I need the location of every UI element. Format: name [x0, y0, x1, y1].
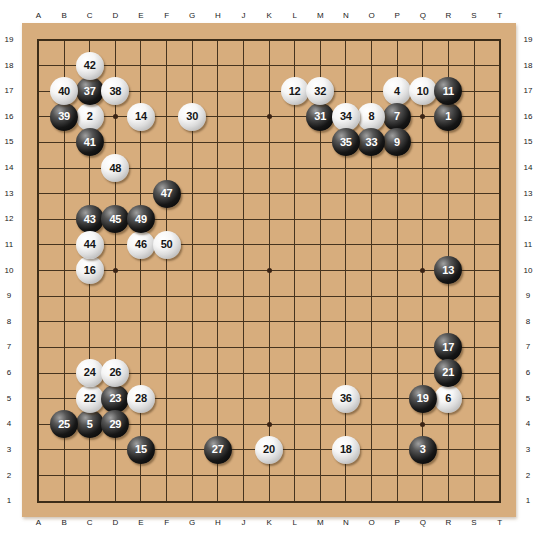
- stone-black-17-R7: 17: [434, 333, 462, 361]
- stone-white-2-C16: 2: [76, 103, 104, 131]
- row-label-left-13: 13: [5, 190, 14, 198]
- move-number: 27: [212, 444, 224, 455]
- col-label-top-B: B: [61, 12, 66, 20]
- move-number: 36: [340, 393, 352, 404]
- row-label-left-15: 15: [5, 138, 14, 146]
- stone-white-14-E16: 14: [127, 103, 155, 131]
- stone-white-8-O16: 8: [357, 103, 385, 131]
- stone-black-31-M16: 31: [306, 103, 334, 131]
- col-label-bottom-E: E: [138, 519, 143, 527]
- move-number: 3: [420, 444, 426, 455]
- stone-white-50-F11: 50: [153, 231, 181, 259]
- stone-black-49-E12: 49: [127, 205, 155, 233]
- col-label-bottom-M: M: [317, 519, 324, 527]
- row-label-right-14: 14: [524, 164, 533, 172]
- stone-white-10-Q17: 10: [409, 77, 437, 105]
- stone-white-22-C5: 22: [76, 385, 104, 413]
- move-number: 40: [58, 86, 70, 97]
- col-label-top-T: T: [497, 12, 502, 20]
- row-label-right-3: 3: [526, 446, 530, 454]
- row-label-left-10: 10: [5, 267, 14, 275]
- row-label-right-18: 18: [524, 62, 533, 70]
- col-label-bottom-N: N: [343, 519, 349, 527]
- col-label-top-F: F: [164, 12, 169, 20]
- row-label-left-12: 12: [5, 215, 14, 223]
- row-label-right-6: 6: [526, 369, 530, 377]
- move-number: 37: [84, 86, 96, 97]
- stone-white-12-L17: 12: [281, 77, 309, 105]
- stone-black-3-Q3: 3: [409, 436, 437, 464]
- col-label-bottom-O: O: [368, 519, 374, 527]
- col-label-bottom-F: F: [164, 519, 169, 527]
- row-label-left-2: 2: [7, 472, 11, 480]
- col-label-top-K: K: [266, 12, 271, 20]
- stone-black-35-N15: 35: [332, 128, 360, 156]
- row-label-right-11: 11: [524, 241, 532, 249]
- col-label-bottom-P: P: [395, 519, 400, 527]
- move-number: 12: [289, 86, 301, 97]
- move-number: 20: [263, 444, 275, 455]
- move-number: 11: [443, 86, 454, 97]
- col-label-bottom-Q: Q: [420, 519, 426, 527]
- stone-black-39-B16: 39: [50, 103, 78, 131]
- move-number: 48: [109, 163, 121, 174]
- stone-black-1-R16: 1: [434, 103, 462, 131]
- row-label-right-9: 9: [526, 292, 530, 300]
- stone-black-37-C17: 37: [76, 77, 104, 105]
- move-number: 24: [84, 367, 96, 378]
- stone-white-28-E5: 28: [127, 385, 155, 413]
- move-number: 18: [340, 444, 352, 455]
- move-number: 8: [368, 111, 374, 122]
- col-label-bottom-C: C: [87, 519, 93, 527]
- row-label-left-3: 3: [7, 446, 11, 454]
- row-label-right-16: 16: [524, 113, 533, 121]
- col-label-top-P: P: [395, 12, 400, 20]
- col-label-bottom-T: T: [497, 519, 502, 527]
- move-number: 6: [445, 393, 451, 404]
- move-number: 47: [161, 188, 173, 199]
- col-label-top-A: A: [36, 12, 41, 20]
- move-number: 42: [84, 60, 96, 71]
- move-number: 29: [109, 419, 121, 430]
- col-label-bottom-K: K: [266, 519, 271, 527]
- stone-black-23-D5: 23: [101, 385, 129, 413]
- row-label-left-6: 6: [7, 369, 11, 377]
- col-label-top-E: E: [138, 12, 143, 20]
- stone-black-15-E3: 15: [127, 436, 155, 464]
- stone-white-42-C18: 42: [76, 52, 104, 80]
- move-number: 16: [84, 265, 96, 276]
- stone-white-4-P17: 4: [383, 77, 411, 105]
- move-number: 33: [366, 137, 378, 148]
- stone-white-32-M17: 32: [306, 77, 334, 105]
- move-number: 22: [84, 393, 96, 404]
- row-label-left-16: 16: [5, 113, 14, 121]
- col-label-bottom-J: J: [241, 519, 245, 527]
- stone-white-36-N5: 36: [332, 385, 360, 413]
- row-label-right-7: 7: [526, 343, 530, 351]
- row-label-right-13: 13: [524, 190, 533, 198]
- stone-white-18-N3: 18: [332, 436, 360, 464]
- move-number: 45: [109, 214, 121, 225]
- row-label-left-14: 14: [5, 164, 14, 172]
- stone-white-24-C6: 24: [76, 359, 104, 387]
- row-label-right-10: 10: [524, 267, 533, 275]
- move-number: 41: [84, 137, 96, 148]
- col-label-bottom-H: H: [215, 519, 221, 527]
- move-number: 15: [135, 444, 147, 455]
- row-label-left-8: 8: [7, 318, 11, 326]
- stone-white-26-D6: 26: [101, 359, 129, 387]
- col-label-top-G: G: [189, 12, 195, 20]
- move-number: 35: [340, 137, 352, 148]
- col-label-top-N: N: [343, 12, 349, 20]
- stone-white-48-D14: 48: [101, 154, 129, 182]
- move-number: 44: [84, 239, 96, 250]
- row-label-right-2: 2: [526, 472, 530, 480]
- move-number: 50: [161, 239, 173, 250]
- stone-black-19-Q5: 19: [409, 385, 437, 413]
- stone-black-11-R17: 11: [434, 77, 462, 105]
- stone-white-40-B17: 40: [50, 77, 78, 105]
- stone-white-6-R5: 6: [434, 385, 462, 413]
- move-number: 28: [135, 393, 147, 404]
- move-number: 2: [87, 111, 93, 122]
- stone-black-27-H3: 27: [204, 436, 232, 464]
- col-label-top-S: S: [471, 12, 476, 20]
- col-label-top-O: O: [368, 12, 374, 20]
- row-label-right-8: 8: [526, 318, 530, 326]
- stone-black-45-D12: 45: [101, 205, 129, 233]
- move-number: 19: [417, 393, 429, 404]
- go-board[interactable]: 1234567891011121314151617181920212223242…: [22, 23, 516, 517]
- move-number: 38: [109, 86, 121, 97]
- stone-white-20-K3: 20: [255, 436, 283, 464]
- row-label-left-7: 7: [7, 343, 11, 351]
- col-label-bottom-R: R: [446, 519, 452, 527]
- move-number: 17: [442, 342, 454, 353]
- col-label-top-J: J: [241, 12, 245, 20]
- stone-white-16-C10: 16: [76, 256, 104, 284]
- move-number: 31: [314, 111, 326, 122]
- row-label-right-5: 5: [526, 395, 530, 403]
- stone-black-9-P15: 9: [383, 128, 411, 156]
- row-label-right-19: 19: [524, 36, 533, 44]
- move-number: 39: [58, 111, 70, 122]
- board-intersections: 1234567891011121314151617181920212223242…: [26, 27, 513, 514]
- move-number: 32: [314, 86, 326, 97]
- stone-black-33-O15: 33: [357, 128, 385, 156]
- row-label-right-17: 17: [524, 87, 533, 95]
- row-label-left-9: 9: [7, 292, 11, 300]
- col-label-top-H: H: [215, 12, 221, 20]
- stone-white-34-N16: 34: [332, 103, 360, 131]
- move-number: 25: [58, 419, 70, 430]
- row-label-right-15: 15: [524, 138, 533, 146]
- move-number: 10: [417, 86, 429, 97]
- col-label-top-Q: Q: [420, 12, 426, 20]
- col-label-top-D: D: [112, 12, 118, 20]
- stone-black-43-C12: 43: [76, 205, 104, 233]
- move-number: 23: [109, 393, 121, 404]
- col-label-top-R: R: [446, 12, 452, 20]
- stone-white-46-E11: 46: [127, 231, 155, 259]
- move-number: 43: [84, 214, 96, 225]
- row-label-left-11: 11: [5, 241, 13, 249]
- col-label-bottom-L: L: [292, 519, 296, 527]
- move-number: 21: [442, 367, 454, 378]
- row-label-left-18: 18: [5, 62, 14, 70]
- col-label-top-M: M: [317, 12, 324, 20]
- move-number: 1: [445, 111, 451, 122]
- stone-white-38-D17: 38: [101, 77, 129, 105]
- col-label-bottom-G: G: [189, 519, 195, 527]
- move-number: 34: [340, 111, 352, 122]
- row-label-left-17: 17: [5, 87, 14, 95]
- row-label-right-1: 1: [526, 497, 530, 505]
- go-game-record: 1234567891011121314151617181920212223242…: [0, 0, 540, 540]
- stone-black-5-C4: 5: [76, 410, 104, 438]
- stone-black-41-C15: 41: [76, 128, 104, 156]
- move-number: 30: [186, 111, 198, 122]
- stone-white-44-C11: 44: [76, 231, 104, 259]
- row-label-left-19: 19: [5, 36, 14, 44]
- col-label-bottom-S: S: [471, 519, 476, 527]
- col-label-bottom-D: D: [112, 519, 118, 527]
- stone-white-30-G16: 30: [178, 103, 206, 131]
- col-label-bottom-B: B: [61, 519, 66, 527]
- row-label-left-5: 5: [7, 395, 11, 403]
- row-label-right-4: 4: [526, 420, 530, 428]
- col-label-top-L: L: [292, 12, 296, 20]
- row-label-right-12: 12: [524, 215, 533, 223]
- row-label-left-4: 4: [7, 420, 11, 428]
- move-number: 46: [135, 239, 147, 250]
- move-number: 4: [394, 86, 400, 97]
- move-number: 9: [394, 137, 400, 148]
- col-label-bottom-A: A: [36, 519, 41, 527]
- move-number: 7: [394, 111, 400, 122]
- stone-black-13-R10: 13: [434, 256, 462, 284]
- stone-black-7-P16: 7: [383, 103, 411, 131]
- row-label-left-1: 1: [7, 497, 11, 505]
- move-number: 26: [109, 367, 121, 378]
- stone-black-29-D4: 29: [101, 410, 129, 438]
- stone-black-25-B4: 25: [50, 410, 78, 438]
- move-number: 13: [442, 265, 454, 276]
- stone-black-47-F13: 47: [153, 180, 181, 208]
- stone-black-21-R6: 21: [434, 359, 462, 387]
- move-number: 5: [87, 419, 93, 430]
- move-number: 14: [135, 111, 147, 122]
- move-number: 49: [135, 214, 147, 225]
- col-label-top-C: C: [87, 12, 93, 20]
